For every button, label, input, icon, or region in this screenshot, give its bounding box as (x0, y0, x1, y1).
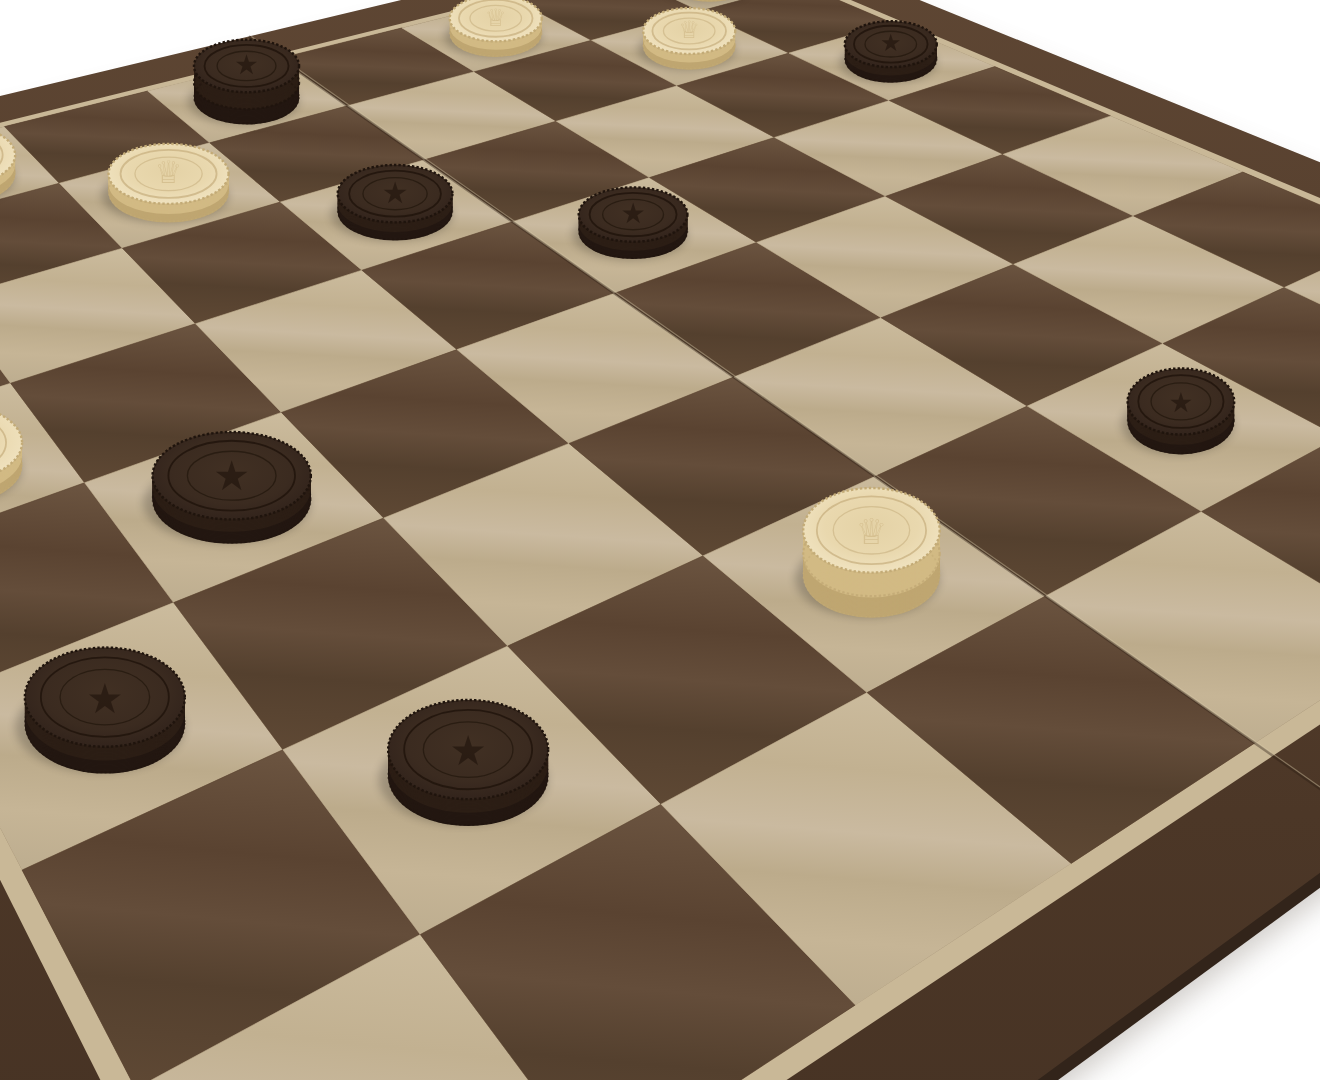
crown-icon: ♕ (856, 511, 888, 552)
star-icon: ★ (382, 175, 409, 210)
piece-white-man-r0c5: ♕ (444, 0, 542, 58)
piece-dark-man-r2c7: ★ (839, 21, 937, 84)
piece-white-man-r1c2: ♕ (101, 144, 228, 223)
star-icon: ★ (620, 197, 645, 230)
crown-icon: ♕ (155, 154, 183, 190)
crown-icon: ♕ (678, 16, 699, 44)
checkers-board-photo: ♕♕♕★★♕♕★★★♕★♕★★ (0, 0, 1320, 1080)
star-icon: ★ (213, 452, 250, 500)
star-icon: ★ (880, 29, 901, 57)
piece-dark-king-r0c3: ★ (188, 40, 299, 126)
piece-white-man-r1c6: ♕ (638, 8, 736, 71)
checkers-product-photo: ♕♕♕★★♕♕★★★♕★♕★★ (0, 0, 1320, 1080)
star-icon: ★ (450, 726, 487, 775)
star-icon: ★ (1168, 386, 1193, 419)
star-icon: ★ (234, 49, 259, 80)
star-icon: ★ (86, 674, 123, 723)
crown-icon: ♕ (485, 4, 506, 32)
piece-white-king-r6c3: ♕ (795, 488, 940, 618)
